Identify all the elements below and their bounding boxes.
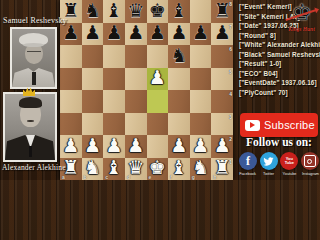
black-p-piece: ♟	[170, 23, 187, 42]
black-p-piece: ♟	[62, 23, 79, 42]
square-b2[interactable]: ♟	[82, 135, 104, 158]
pgn-line-5: ["Black" Samuel Reshevsky]	[239, 50, 319, 60]
instagram-icon[interactable]	[301, 152, 319, 170]
square-h5[interactable]: 5	[211, 68, 233, 91]
white-b-piece: ♝	[170, 158, 187, 177]
square-a7[interactable]: ♟	[60, 23, 82, 46]
instagram-label: Instagram	[300, 172, 320, 176]
square-f5[interactable]	[168, 68, 190, 91]
pgn-line-4: ["White" Alexander Alekhine]	[239, 40, 319, 50]
square-h1[interactable]: ♜1h	[211, 158, 233, 181]
square-h6[interactable]: 6	[211, 45, 233, 68]
square-e2[interactable]	[147, 135, 169, 158]
square-g6[interactable]	[190, 45, 212, 68]
square-e8[interactable]: ♚	[147, 0, 169, 23]
square-d7[interactable]: ♟	[125, 23, 147, 46]
pgn-line-6: ["Result" 1-0]	[239, 59, 319, 69]
square-f4[interactable]	[168, 90, 190, 113]
social-icons-row: f You Tube	[239, 152, 319, 170]
white-player-name: Alexander Alekhine	[2, 163, 66, 172]
square-e5[interactable]: ♟	[147, 68, 169, 91]
facebook-label: Facebook	[237, 172, 258, 176]
black-n-piece: ♞	[170, 46, 187, 65]
square-d5[interactable]	[125, 68, 147, 91]
subscribe-button[interactable]: Subscribe	[240, 113, 318, 137]
youtube-label: Youtube	[279, 172, 300, 176]
square-d2[interactable]: ♟	[125, 135, 147, 158]
black-p-piece: ♟	[84, 23, 101, 42]
square-b3[interactable]	[82, 113, 104, 136]
square-a3[interactable]	[60, 113, 82, 136]
square-d6[interactable]	[125, 45, 147, 68]
black-q-piece: ♛	[127, 1, 144, 20]
square-c8[interactable]: ♝	[103, 0, 125, 23]
white-p-piece: ♟	[106, 136, 123, 155]
black-p-piece: ♟	[192, 23, 209, 42]
square-b8[interactable]: ♞	[82, 0, 104, 23]
black-p-piece: ♟	[127, 23, 144, 42]
square-g8[interactable]	[190, 0, 212, 23]
file-label-c: c	[105, 174, 108, 180]
square-f6[interactable]: ♞	[168, 45, 190, 68]
file-label-h: h	[213, 174, 216, 180]
file-label-e: e	[149, 174, 152, 180]
facebook-icon[interactable]: f	[239, 152, 257, 170]
portrait-mustache	[27, 120, 34, 122]
pgn-line-7: ["ECO" B04]	[239, 69, 319, 79]
portrait-cap-brim	[23, 43, 44, 47]
portrait-hair	[19, 97, 42, 108]
follow-us-text: Follow us on:	[238, 136, 320, 148]
square-c7[interactable]: ♟	[103, 23, 125, 46]
square-a5[interactable]	[60, 68, 82, 91]
square-f2[interactable]: ♟	[168, 135, 190, 158]
square-g1[interactable]: ♞g	[190, 158, 212, 181]
square-b7[interactable]: ♟	[82, 23, 104, 46]
square-b4[interactable]	[82, 90, 104, 113]
square-f3[interactable]	[168, 113, 190, 136]
square-g3[interactable]	[190, 113, 212, 136]
white-p-piece: ♟	[170, 136, 187, 155]
white-b-piece: ♝	[106, 158, 123, 177]
square-a2[interactable]: ♟	[60, 135, 82, 158]
twitter-icon[interactable]	[260, 152, 278, 170]
portrait-tie	[29, 146, 32, 157]
square-e4[interactable]	[147, 90, 169, 113]
black-b-piece: ♝	[106, 1, 123, 20]
square-f7[interactable]: ♟	[168, 23, 190, 46]
square-c2[interactable]: ♟	[103, 135, 125, 158]
square-g4[interactable]	[190, 90, 212, 113]
square-h7[interactable]: ♟7	[211, 23, 233, 46]
square-d1[interactable]: ♛d	[125, 158, 147, 181]
social-labels: Facebook Twitter Youtube Instagram	[237, 172, 320, 176]
subscribe-label: Subscribe	[264, 119, 315, 131]
square-b6[interactable]	[82, 45, 104, 68]
square-c4[interactable]	[103, 90, 125, 113]
reshevsky-photo	[10, 27, 57, 89]
rank-label-2: 2	[229, 136, 232, 142]
pgn-line-8: ["EventDate" 1937.06.16]	[239, 78, 319, 88]
white-p-piece: ♟	[84, 136, 101, 155]
square-g2[interactable]: ♟	[190, 135, 212, 158]
alekhine-photo	[3, 92, 57, 162]
file-label-g: g	[192, 174, 195, 180]
square-f8[interactable]: ♝	[168, 0, 190, 23]
white-p-piece: ♟	[127, 136, 144, 155]
square-c1[interactable]: ♝c	[103, 158, 125, 181]
square-e7[interactable]: ♟	[147, 23, 169, 46]
black-player-name: Samuel Reshevsky	[3, 16, 67, 25]
white-k-piece: ♚	[149, 158, 166, 177]
square-a4[interactable]	[60, 90, 82, 113]
square-d8[interactable]: ♛	[125, 0, 147, 23]
black-p-piece: ♟	[149, 23, 166, 42]
white-p-piece: ♟	[192, 136, 209, 155]
square-c5[interactable]	[103, 68, 125, 91]
square-g5[interactable]	[190, 68, 212, 91]
square-a6[interactable]	[60, 45, 82, 68]
camera-glyph	[304, 155, 316, 167]
square-g7[interactable]: ♟	[190, 23, 212, 46]
channel-logo: ♚ Kings Hunt	[284, 1, 319, 35]
black-k-piece: ♚	[149, 1, 166, 20]
square-e1[interactable]: ♚e	[147, 158, 169, 181]
file-label-d: d	[127, 174, 130, 180]
square-e3[interactable]	[147, 113, 169, 136]
square-f1[interactable]: ♝f	[168, 158, 190, 181]
rank-label-7: 7	[229, 24, 232, 30]
chess-board[interactable]: ♜♞♝♛♚♝♜8♟♟♟♟♟♟♟♟7♞6♟543♟♟♟♟♟♟♟2♜a♞b♝c♛d♚…	[60, 0, 233, 180]
square-h2[interactable]: ♟2	[211, 135, 233, 158]
white-p-piece: ♟	[62, 136, 79, 155]
youtube-play-icon	[245, 120, 260, 131]
black-n-piece: ♞	[84, 1, 101, 20]
rank-label-5: 5	[229, 69, 232, 75]
square-b5[interactable]	[82, 68, 104, 91]
white-p-piece: ♟	[149, 68, 166, 87]
rank-label-8: 8	[229, 1, 232, 7]
youtube-text-tube: Tube	[285, 161, 294, 166]
square-e6[interactable]	[147, 45, 169, 68]
twitter-label: Twitter	[258, 172, 279, 176]
file-label-b: b	[84, 174, 87, 180]
file-label-a: a	[62, 174, 65, 180]
file-label-f: f	[170, 174, 172, 180]
square-c3[interactable]	[103, 113, 125, 136]
rank-label-3: 3	[229, 114, 232, 120]
channel-name: Kings Hunt	[284, 26, 319, 32]
portrait-tie	[32, 72, 36, 85]
square-c6[interactable]	[103, 45, 125, 68]
black-p-piece: ♟	[106, 23, 123, 42]
square-h8[interactable]: ♜8	[211, 0, 233, 23]
black-b-piece: ♝	[170, 1, 187, 20]
pgn-line-9: ["PlyCount" 70]	[239, 88, 319, 98]
youtube-icon[interactable]: You Tube	[280, 152, 298, 170]
rank-label-1: 1	[229, 159, 232, 165]
rank-label-6: 6	[229, 46, 232, 52]
square-d3[interactable]	[125, 113, 147, 136]
square-h3[interactable]: 3	[211, 113, 233, 136]
portrait-glasses	[27, 51, 41, 52]
square-b1[interactable]: ♞b	[82, 158, 104, 181]
square-d4[interactable]	[125, 90, 147, 113]
square-h4[interactable]: 4	[211, 90, 233, 113]
rank-label-4: 4	[229, 91, 232, 97]
